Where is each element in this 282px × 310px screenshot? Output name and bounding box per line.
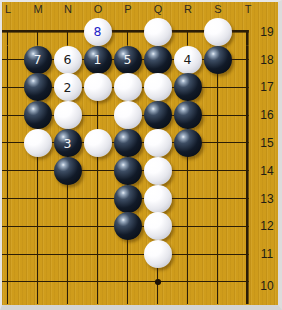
intersection-R17[interactable] [173, 74, 203, 102]
move-number-6: 6 [54, 46, 82, 74]
star-point-Q10 [155, 279, 161, 285]
intersection-M14[interactable] [23, 157, 53, 185]
column-label-M: M [23, 2, 53, 17]
stone-black-P18: 5 [114, 46, 142, 74]
intersection-P12[interactable] [113, 213, 143, 241]
stone-black-R17 [174, 73, 202, 101]
stone-black-P12 [114, 212, 142, 240]
intersection-R13[interactable] [173, 185, 203, 213]
intersection-M11[interactable] [23, 240, 53, 268]
column-label-T: T [233, 2, 263, 17]
stone-white-Q17 [144, 73, 172, 101]
stone-black-N14 [54, 157, 82, 185]
stone-white-O19: 8 [84, 18, 112, 46]
intersection-N14[interactable] [53, 157, 83, 185]
intersection-Q13[interactable] [143, 185, 173, 213]
intersection-M17[interactable] [23, 74, 53, 102]
move-number-4: 4 [174, 46, 202, 74]
intersection-R11[interactable] [173, 240, 203, 268]
intersection-N11[interactable] [53, 240, 83, 268]
intersection-S12[interactable] [203, 213, 233, 241]
intersection-S14[interactable] [203, 157, 233, 185]
intersection-Q18[interactable] [143, 46, 173, 74]
move-number-3: 3 [54, 129, 82, 157]
intersection-L17[interactable] [0, 74, 23, 102]
stone-white-Q19 [144, 18, 172, 46]
column-label-L: L [0, 2, 23, 17]
move-number-5: 5 [114, 46, 142, 74]
intersection-R19[interactable] [173, 18, 203, 46]
stone-black-O18: 1 [84, 46, 112, 74]
intersection-O19[interactable]: 8 [83, 18, 113, 46]
screenshot-frame: LMNOPQRST 19181716151413121110 87615423 [0, 0, 282, 310]
intersection-L15[interactable] [0, 129, 23, 157]
intersection-T19[interactable] [233, 18, 263, 46]
intersection-O11[interactable] [83, 240, 113, 268]
stone-white-N16 [54, 101, 82, 129]
intersection-P19[interactable] [113, 18, 143, 46]
intersection-T14[interactable] [233, 157, 263, 185]
stone-white-O15 [84, 129, 112, 157]
intersection-R12[interactable] [173, 213, 203, 241]
intersection-L13[interactable] [0, 185, 23, 213]
intersection-S15[interactable] [203, 129, 233, 157]
stone-black-M16 [24, 101, 52, 129]
board-grid: 87615423 [0, 18, 263, 304]
intersection-P17[interactable] [113, 74, 143, 102]
stone-white-O17 [84, 73, 112, 101]
intersection-O13[interactable] [83, 185, 113, 213]
intersection-P14[interactable] [113, 157, 143, 185]
stone-white-Q12 [144, 212, 172, 240]
stone-white-R18: 4 [174, 46, 202, 74]
stone-white-Q15 [144, 129, 172, 157]
intersection-N15[interactable]: 3 [53, 129, 83, 157]
intersection-L11[interactable] [0, 240, 23, 268]
intersection-Q11[interactable] [143, 240, 173, 268]
intersection-N13[interactable] [53, 185, 83, 213]
stone-black-S18 [204, 46, 232, 74]
intersection-Q15[interactable] [143, 129, 173, 157]
stone-white-N17: 2 [54, 73, 82, 101]
stone-black-N15: 3 [54, 129, 82, 157]
intersection-N16[interactable] [53, 101, 83, 129]
intersection-R16[interactable] [173, 101, 203, 129]
stone-white-Q13 [144, 185, 172, 213]
stone-black-M17 [24, 73, 52, 101]
goban: LMNOPQRST 19181716151413121110 87615423 [2, 2, 278, 305]
intersection-O10[interactable] [83, 268, 113, 304]
intersection-M15[interactable] [23, 129, 53, 157]
intersection-N12[interactable] [53, 213, 83, 241]
move-number-2: 2 [54, 73, 82, 101]
intersection-N10[interactable] [53, 268, 83, 304]
column-label-S: S [203, 2, 233, 17]
intersection-P11[interactable] [113, 240, 143, 268]
intersection-P10[interactable] [113, 268, 143, 304]
intersection-O14[interactable] [83, 157, 113, 185]
intersection-R15[interactable] [173, 129, 203, 157]
stone-white-N18: 6 [54, 46, 82, 74]
column-coordinate-labels: LMNOPQRST [0, 2, 263, 17]
intersection-M12[interactable] [23, 213, 53, 241]
intersection-T15[interactable] [233, 129, 263, 157]
intersection-Q12[interactable] [143, 213, 173, 241]
intersection-T13[interactable] [233, 185, 263, 213]
intersection-M16[interactable] [23, 101, 53, 129]
intersection-L16[interactable] [0, 101, 23, 129]
intersection-Q14[interactable] [143, 157, 173, 185]
intersection-Q17[interactable] [143, 74, 173, 102]
intersection-M10[interactable] [23, 268, 53, 304]
intersection-M19[interactable] [23, 18, 53, 46]
intersection-P16[interactable] [113, 101, 143, 129]
intersection-P13[interactable] [113, 185, 143, 213]
intersection-L12[interactable] [0, 213, 23, 241]
intersection-N18[interactable]: 6 [53, 46, 83, 74]
intersection-L10[interactable] [0, 268, 23, 304]
intersection-N17[interactable]: 2 [53, 74, 83, 102]
column-label-O: O [83, 2, 113, 17]
intersection-L19[interactable] [0, 18, 23, 46]
stone-white-M15 [24, 129, 52, 157]
column-label-R: R [173, 2, 203, 17]
stone-white-S19 [204, 18, 232, 46]
stone-black-R16 [174, 101, 202, 129]
intersection-S13[interactable] [203, 185, 233, 213]
intersection-S11[interactable] [203, 240, 233, 268]
intersection-M18[interactable]: 7 [23, 46, 53, 74]
move-number-7: 7 [24, 46, 52, 74]
intersection-O12[interactable] [83, 213, 113, 241]
intersection-P15[interactable] [113, 129, 143, 157]
stone-white-P17 [114, 73, 142, 101]
intersection-Q16[interactable] [143, 101, 173, 129]
column-label-N: N [53, 2, 83, 17]
stone-black-P13 [114, 185, 142, 213]
intersection-O17[interactable] [83, 74, 113, 102]
intersection-Q19[interactable] [143, 18, 173, 46]
move-number-8: 8 [84, 18, 112, 46]
column-label-P: P [113, 2, 143, 17]
intersection-O15[interactable] [83, 129, 113, 157]
column-label-Q: Q [143, 2, 173, 17]
intersection-S18[interactable] [203, 46, 233, 74]
intersection-L18[interactable] [0, 46, 23, 74]
intersection-R10[interactable] [173, 268, 203, 304]
intersection-R18[interactable]: 4 [173, 46, 203, 74]
intersection-O18[interactable]: 1 [83, 46, 113, 74]
stone-black-P15 [114, 129, 142, 157]
stone-black-M18: 7 [24, 46, 52, 74]
intersection-M13[interactable] [23, 185, 53, 213]
stone-white-Q11 [144, 240, 172, 268]
stone-white-P16 [114, 101, 142, 129]
intersection-T10[interactable] [233, 268, 263, 304]
stone-black-R15 [174, 129, 202, 157]
intersection-T11[interactable] [233, 240, 263, 268]
intersection-S16[interactable] [203, 101, 233, 129]
stone-black-Q18 [144, 46, 172, 74]
intersection-Q10[interactable] [143, 268, 173, 304]
intersection-T17[interactable] [233, 74, 263, 102]
stone-black-Q16 [144, 101, 172, 129]
move-number-1: 1 [84, 46, 112, 74]
stone-black-P14 [114, 157, 142, 185]
intersection-T16[interactable] [233, 101, 263, 129]
intersection-P18[interactable]: 5 [113, 46, 143, 74]
intersection-L14[interactable] [0, 157, 23, 185]
intersection-O16[interactable] [83, 101, 113, 129]
intersection-S19[interactable] [203, 18, 233, 46]
stone-white-Q14 [144, 157, 172, 185]
intersection-S17[interactable] [203, 74, 233, 102]
intersection-S10[interactable] [203, 268, 233, 304]
intersection-T18[interactable] [233, 46, 263, 74]
intersection-N19[interactable] [53, 18, 83, 46]
intersection-T12[interactable] [233, 213, 263, 241]
intersection-R14[interactable] [173, 157, 203, 185]
